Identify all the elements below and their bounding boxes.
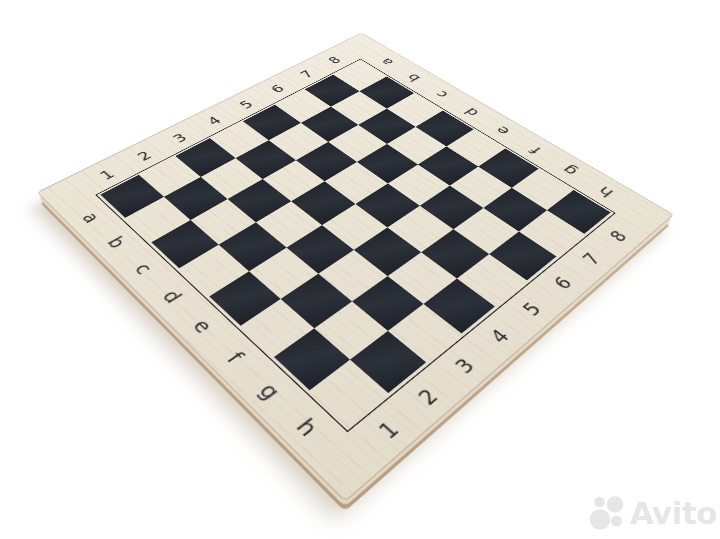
- coord-file-f-top: f: [527, 145, 544, 156]
- avito-watermark: Avito: [588, 493, 717, 533]
- coord-rank-6-right: 6: [550, 274, 575, 292]
- coord-file-h-top: h: [595, 185, 617, 200]
- avito-wordmark: Avito: [630, 495, 717, 531]
- coord-rank-8-right: 8: [606, 228, 630, 244]
- coord-rank-6-left: 6: [268, 83, 287, 94]
- coord-file-d-bottom: d: [159, 287, 186, 307]
- coord-file-c-top: c: [432, 89, 451, 100]
- coord-rank-2-right: 2: [414, 385, 441, 408]
- coord-file-f-bottom: f: [223, 348, 247, 366]
- avito-logo-icon: [588, 493, 628, 533]
- coord-file-h-bottom: h: [292, 414, 322, 440]
- coord-file-c-bottom: c: [131, 260, 156, 277]
- coord-file-d-top: d: [461, 106, 481, 118]
- coord-rank-5-left: 5: [237, 99, 256, 111]
- coord-file-e-top: e: [492, 125, 512, 138]
- coord-file-b-bottom: b: [104, 234, 130, 251]
- chessboard: aabbccddeeffgghh1122334455667788: [37, 33, 674, 502]
- coord-rank-5-right: 5: [519, 299, 544, 318]
- coord-rank-7-right: 7: [579, 250, 603, 267]
- board-grid: [100, 61, 610, 426]
- coord-rank-8-left: 8: [326, 55, 344, 65]
- coord-file-e-bottom: e: [189, 316, 216, 337]
- coord-file-g-bottom: g: [255, 379, 284, 403]
- coord-file-b-top: b: [404, 72, 423, 83]
- product-photo: aabbccddeeffgghh1122334455667788 Avito: [0, 0, 720, 539]
- coord-rank-4-right: 4: [486, 326, 512, 346]
- coord-rank-3-left: 3: [170, 131, 190, 144]
- coord-rank-4-left: 4: [204, 115, 223, 127]
- coord-rank-7-left: 7: [297, 69, 315, 80]
- coord-rank-1-right: 1: [374, 418, 402, 443]
- coord-file-g-top: g: [559, 164, 580, 178]
- coord-rank-3-right: 3: [451, 355, 478, 377]
- coord-file-a-top: a: [377, 57, 396, 67]
- coord-rank-1-left: 1: [96, 168, 116, 182]
- coord-file-a-bottom: a: [79, 209, 104, 225]
- coord-rank-2-left: 2: [134, 149, 154, 163]
